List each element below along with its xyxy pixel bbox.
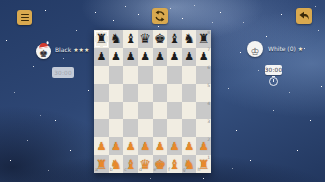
square-f8[interactable]: ♝ [167, 30, 182, 48]
square-g2[interactable]: ♟ [182, 137, 197, 155]
square-d2[interactable]: ♟ [138, 137, 153, 155]
black-queen-d8: ♛ [139, 32, 151, 45]
square-c1[interactable]: ♝c [123, 155, 138, 173]
square-b6[interactable] [109, 66, 124, 84]
square-e7[interactable]: ♟ [153, 48, 168, 66]
white-bishop-f1: ♝ [169, 158, 181, 171]
square-e8[interactable]: ♚ [153, 30, 168, 48]
black-clock-time: 30:00 [54, 70, 72, 76]
square-b3[interactable] [109, 119, 124, 137]
white-player-label: White (0)★ [268, 45, 303, 52]
black-player-rating-stars: ★★★ [73, 46, 89, 53]
square-f2[interactable]: ♟ [167, 137, 182, 155]
square-a7[interactable]: ♟ [94, 48, 109, 66]
square-h5[interactable]: 5 [196, 84, 211, 102]
white-player-name: White (0) [268, 45, 296, 52]
square-c7[interactable]: ♟ [123, 48, 138, 66]
square-b4[interactable] [109, 102, 124, 120]
black-bishop-f8: ♝ [169, 32, 181, 45]
white-pawn-a2: ♟ [96, 141, 106, 152]
square-d8[interactable]: ♛ [138, 30, 153, 48]
white-pawn-h2: ♟ [199, 141, 209, 152]
santa-hat-icon [39, 42, 49, 48]
app-background: ♚ Black★★★ 30:00 ♔ White (0)★ 30:00 ♜♞♝♛… [0, 0, 325, 182]
white-player-rating-stars: ★ [298, 45, 303, 52]
black-player-name: Black [55, 46, 71, 53]
file-label-f: f [168, 168, 170, 173]
square-a4[interactable] [94, 102, 109, 120]
rank-label-8: 8 [207, 31, 210, 36]
square-e3[interactable] [153, 119, 168, 137]
square-a5[interactable] [94, 84, 109, 102]
black-knight-b8: ♞ [110, 32, 122, 45]
square-c5[interactable] [123, 84, 138, 102]
square-d5[interactable] [138, 84, 153, 102]
white-pawn-c2: ♟ [126, 141, 136, 152]
chess-board: ♜♞♝♛♚♝♞♜8♟♟♟♟♟♟♟♟76543♟♟♟♟♟♟♟♟2♜a♞b♝c♛d♚… [94, 30, 211, 173]
square-d6[interactable] [138, 66, 153, 84]
black-pawn-c7: ♟ [126, 51, 136, 62]
black-pawn-g7: ♟ [184, 51, 194, 62]
file-label-d: d [139, 168, 142, 173]
square-e1[interactable]: ♚e [153, 155, 168, 173]
square-g5[interactable] [182, 84, 197, 102]
square-a6[interactable] [94, 66, 109, 84]
restart-button[interactable] [152, 8, 168, 24]
white-pawn-d2: ♟ [140, 141, 150, 152]
black-pawn-b7: ♟ [111, 51, 121, 62]
square-a8[interactable]: ♜ [94, 30, 109, 48]
square-g4[interactable] [182, 102, 197, 120]
square-b7[interactable]: ♟ [109, 48, 124, 66]
black-king-avatar-icon: ♚ [39, 49, 48, 59]
file-label-h: h [197, 168, 200, 173]
stopwatch-icon [269, 77, 278, 86]
selection-corner-bl [95, 42, 100, 47]
rank-label-2: 2 [207, 138, 210, 143]
black-pawn-a7: ♟ [96, 51, 106, 62]
black-player-avatar: ♚ [36, 44, 51, 59]
white-pawn-e2: ♟ [155, 141, 165, 152]
square-e5[interactable] [153, 84, 168, 102]
rank-label-1: 1 [207, 156, 210, 161]
selection-corner-tl [95, 31, 100, 36]
rank-label-5: 5 [207, 84, 210, 89]
black-king-e8: ♚ [154, 32, 166, 45]
black-knight-g8: ♞ [183, 32, 195, 45]
black-player-label: Black★★★ [55, 46, 89, 53]
square-f4[interactable] [167, 102, 182, 120]
square-g3[interactable] [182, 119, 197, 137]
white-pawn-g2: ♟ [184, 141, 194, 152]
file-label-c: c [124, 168, 126, 173]
square-f5[interactable] [167, 84, 182, 102]
square-f3[interactable] [167, 119, 182, 137]
file-label-e: e [154, 168, 157, 173]
square-g8[interactable]: ♞ [182, 30, 197, 48]
square-h6[interactable]: 6 [196, 66, 211, 84]
rank-label-7: 7 [207, 48, 210, 53]
selection-corner-br [103, 42, 108, 47]
undo-icon [298, 10, 310, 22]
square-a3[interactable] [94, 119, 109, 137]
square-a1[interactable]: ♜a [94, 155, 109, 173]
square-a2[interactable]: ♟ [94, 137, 109, 155]
rank-label-6: 6 [207, 66, 210, 71]
square-g7[interactable]: ♟ [182, 48, 197, 66]
white-king-avatar-icon: ♔ [251, 47, 260, 57]
square-e4[interactable] [153, 102, 168, 120]
black-pawn-d7: ♟ [140, 51, 150, 62]
square-g6[interactable] [182, 66, 197, 84]
refresh-icon [154, 10, 166, 22]
white-pawn-b2: ♟ [111, 141, 121, 152]
square-h1[interactable]: ♜h1 [196, 155, 211, 173]
square-h7[interactable]: ♟7 [196, 48, 211, 66]
square-c2[interactable]: ♟ [123, 137, 138, 155]
white-clock-time: 30:00 [265, 67, 283, 73]
square-e2[interactable]: ♟ [153, 137, 168, 155]
square-h4[interactable]: 4 [196, 102, 211, 120]
square-c8[interactable]: ♝ [123, 30, 138, 48]
square-b8[interactable]: ♞ [109, 30, 124, 48]
hamburger-menu-icon [21, 14, 29, 22]
square-f1[interactable]: ♝f [167, 155, 182, 173]
black-pawn-f7: ♟ [170, 51, 180, 62]
square-c3[interactable] [123, 119, 138, 137]
square-c6[interactable] [123, 66, 138, 84]
file-label-a: a [95, 168, 98, 173]
selection-corner-tr [103, 31, 108, 36]
square-d7[interactable]: ♟ [138, 48, 153, 66]
black-pawn-h7: ♟ [199, 51, 209, 62]
square-h2[interactable]: ♟2 [196, 137, 211, 155]
undo-button[interactable] [296, 8, 312, 24]
square-b2[interactable]: ♟ [109, 137, 124, 155]
white-clock: 30:00 [265, 65, 282, 75]
square-d4[interactable] [138, 102, 153, 120]
square-h8[interactable]: ♜8 [196, 30, 211, 48]
square-f6[interactable] [167, 66, 182, 84]
square-b5[interactable] [109, 84, 124, 102]
menu-button[interactable] [17, 10, 32, 25]
black-pawn-e7: ♟ [155, 51, 165, 62]
file-label-b: b [110, 168, 113, 173]
rank-label-4: 4 [207, 102, 210, 107]
black-clock: 30:00 [52, 67, 74, 78]
rank-label-3: 3 [207, 120, 210, 125]
white-player-avatar: ♔ [247, 41, 263, 57]
file-label-g: g [183, 168, 186, 173]
square-e6[interactable] [153, 66, 168, 84]
square-d1[interactable]: ♛d [138, 155, 153, 173]
white-pawn-f2: ♟ [170, 141, 180, 152]
square-f7[interactable]: ♟ [167, 48, 182, 66]
square-h3[interactable]: 3 [196, 119, 211, 137]
square-d3[interactable] [138, 119, 153, 137]
square-c4[interactable] [123, 102, 138, 120]
square-g1[interactable]: ♞g [182, 155, 197, 173]
square-b1[interactable]: ♞b [109, 155, 124, 173]
black-bishop-c8: ♝ [125, 32, 137, 45]
